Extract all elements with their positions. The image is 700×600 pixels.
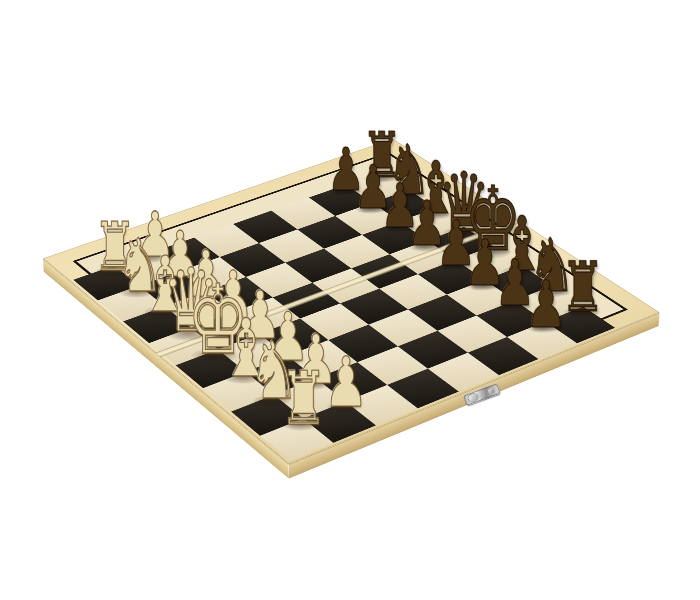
square-g2: [274, 378, 346, 418]
square-e2: [218, 334, 287, 372]
square-f6: [408, 295, 476, 331]
chess-board-wrap: [125, 64, 567, 506]
square-f4: [328, 325, 397, 363]
square-g7: [477, 301, 546, 337]
chess-board: [43, 139, 660, 464]
board-playing-area: [73, 152, 628, 444]
square-g8: [515, 286, 583, 322]
square-e5: [340, 289, 408, 325]
square-g4: [357, 346, 428, 385]
square-f5: [369, 309, 438, 346]
square-g3: [316, 362, 387, 401]
chess-set-photo: ♜♟♞♟♝♟♛♟♚♟♟♜♝♟♟♞♞♟♟♝♜♟♟♛♟♚♟♝♟♞♟♜: [0, 0, 700, 600]
square-e3: [259, 318, 328, 355]
square-f7: [447, 280, 515, 316]
square-c2: [165, 292, 232, 328]
square-g5: [398, 331, 468, 369]
square-g6: [438, 316, 507, 353]
square-e4: [300, 303, 368, 340]
board-surface: [43, 139, 660, 464]
square-f3: [287, 340, 357, 378]
square-f2: [246, 356, 316, 395]
